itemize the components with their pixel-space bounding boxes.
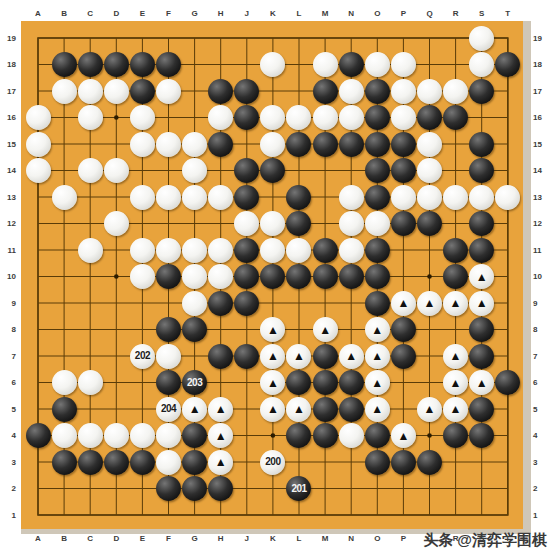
- triangle-mark-icon: ▲: [424, 297, 436, 309]
- stone-black-G2: [182, 476, 207, 501]
- stone-black-L10: [286, 264, 311, 289]
- stone-black-N6: [339, 370, 364, 395]
- stones-layer: ▲▲▲▲▲▲▲▲202▲▲▲▲▲203▲▲▲▲204▲▲▲▲▲▲▲▲▲▲2002…: [25, 25, 521, 529]
- stone-white-D4: [104, 423, 129, 448]
- coordinate-label: 13: [533, 193, 549, 202]
- stone-black-S4: [469, 423, 494, 448]
- stone-black-L6: [286, 370, 311, 395]
- stone-white-E15: [130, 132, 155, 157]
- coordinate-label: G: [182, 9, 208, 18]
- stone-white-triangle-marked-P4: ▲: [391, 423, 416, 448]
- stone-black-O4: [365, 423, 390, 448]
- stone-white-T13: [495, 185, 520, 210]
- move-number-label: 204: [161, 404, 176, 414]
- stone-white-P18: [391, 52, 416, 77]
- stone-white-Q14: [417, 158, 442, 183]
- stone-white-M18: [313, 52, 338, 77]
- coordinate-label: E: [129, 534, 155, 543]
- triangle-mark-icon: ▲: [371, 323, 383, 335]
- coordinate-label: 15: [533, 140, 549, 149]
- coordinate-label: 19: [0, 34, 16, 43]
- stone-black-H7: [208, 344, 233, 369]
- coordinate-label: 4: [533, 431, 549, 440]
- stone-white-C4: [78, 423, 103, 448]
- coordinate-label: M: [312, 534, 338, 543]
- stone-black-R11: [443, 238, 468, 263]
- coordinate-label: D: [103, 534, 129, 543]
- stone-white-triangle-marked-H5: ▲: [208, 397, 233, 422]
- move-number-label: 201: [291, 484, 306, 494]
- stone-white-S13: [469, 185, 494, 210]
- stone-black-A4: [26, 423, 51, 448]
- stone-white-G14: [182, 158, 207, 183]
- stone-white-C6: [78, 370, 103, 395]
- triangle-mark-icon: ▲: [267, 323, 279, 335]
- stone-black-F2: [156, 476, 181, 501]
- stone-black-N15: [339, 132, 364, 157]
- stone-black-D18: [104, 52, 129, 77]
- stone-white-F5: 204: [156, 397, 181, 422]
- stone-white-G9: [182, 291, 207, 316]
- stone-white-N4: [339, 423, 364, 448]
- triangle-mark-icon: ▲: [450, 376, 462, 388]
- stone-black-D3: [104, 450, 129, 475]
- stone-black-O10: [365, 264, 390, 289]
- coordinate-label: 10: [0, 272, 16, 281]
- coordinate-label: S: [469, 9, 495, 18]
- stone-white-triangle-marked-K7: ▲: [260, 344, 285, 369]
- coordinate-label: J: [234, 9, 260, 18]
- stone-black-F18: [156, 52, 181, 77]
- stone-white-triangle-marked-K5: ▲: [260, 397, 285, 422]
- triangle-mark-icon: ▲: [215, 429, 227, 441]
- stone-black-P7: [391, 344, 416, 369]
- triangle-mark-icon: ▲: [371, 376, 383, 388]
- stone-black-G8: [182, 317, 207, 342]
- stone-black-E18: [130, 52, 155, 77]
- stone-white-triangle-marked-Q9: ▲: [417, 291, 442, 316]
- coordinate-label: O: [364, 534, 390, 543]
- stone-black-K14: [260, 158, 285, 183]
- stone-white-B6: [52, 370, 77, 395]
- stone-white-G13: [182, 185, 207, 210]
- stone-white-E4: [130, 423, 155, 448]
- stone-white-triangle-marked-K8: ▲: [260, 317, 285, 342]
- stone-black-S11: [469, 238, 494, 263]
- coordinate-label: B: [51, 534, 77, 543]
- stone-white-K18: [260, 52, 285, 77]
- stone-white-N16: [339, 105, 364, 130]
- coordinate-label: 2: [0, 484, 16, 493]
- triangle-mark-icon: ▲: [345, 350, 357, 362]
- stone-white-N11: [339, 238, 364, 263]
- stone-black-F10: [156, 264, 181, 289]
- coordinate-label: C: [77, 9, 103, 18]
- coordinate-label: 16: [0, 113, 16, 122]
- stone-black-N5: [339, 397, 364, 422]
- coordinate-label: 12: [0, 219, 16, 228]
- stone-white-C11: [78, 238, 103, 263]
- coordinate-label: 3: [533, 458, 549, 467]
- stone-black-F8: [156, 317, 181, 342]
- stone-white-A16: [26, 105, 51, 130]
- stone-black-M17: [313, 79, 338, 104]
- stone-white-triangle-marked-O5: ▲: [365, 397, 390, 422]
- coordinate-label: 9: [0, 299, 16, 308]
- coordinate-label: L: [286, 9, 312, 18]
- coordinate-label: 18: [533, 60, 549, 69]
- stone-white-B13: [52, 185, 77, 210]
- coordinate-label: A: [25, 534, 51, 543]
- triangle-mark-icon: ▲: [215, 403, 227, 415]
- stone-white-H10: [208, 264, 233, 289]
- stone-black-K10: [260, 264, 285, 289]
- coordinate-label: K: [260, 9, 286, 18]
- triangle-mark-icon: ▲: [476, 270, 488, 282]
- stone-black-R16: [443, 105, 468, 130]
- stone-black-L13: [286, 185, 311, 210]
- coordinate-label: C: [77, 534, 103, 543]
- stone-black-L2: 201: [286, 476, 311, 501]
- stone-black-M11: [313, 238, 338, 263]
- triangle-mark-icon: ▲: [450, 403, 462, 415]
- coordinate-label: P: [390, 534, 416, 543]
- stone-white-E11: [130, 238, 155, 263]
- stone-white-P13: [391, 185, 416, 210]
- stone-black-G6: 203: [182, 370, 207, 395]
- stone-black-P8: [391, 317, 416, 342]
- stone-white-triangle-marked-H4: ▲: [208, 423, 233, 448]
- coordinate-label: 8: [533, 325, 549, 334]
- stone-black-J14: [234, 158, 259, 183]
- stone-white-O18: [365, 52, 390, 77]
- coordinate-label: F: [156, 9, 182, 18]
- stone-black-C18: [78, 52, 103, 77]
- stone-black-S17: [469, 79, 494, 104]
- stone-black-O15: [365, 132, 390, 157]
- coordinate-label: 17: [0, 87, 16, 96]
- stone-black-M15: [313, 132, 338, 157]
- stone-black-J13: [234, 185, 259, 210]
- coordinate-label: A: [25, 9, 51, 18]
- triangle-mark-icon: ▲: [397, 297, 409, 309]
- stone-white-K12: [260, 211, 285, 236]
- coordinate-label: 8: [0, 325, 16, 334]
- stone-white-F11: [156, 238, 181, 263]
- coordinate-label: 13: [0, 193, 16, 202]
- stone-black-F6: [156, 370, 181, 395]
- coordinate-label: R: [443, 9, 469, 18]
- triangle-mark-icon: ▲: [371, 403, 383, 415]
- stone-white-D12: [104, 211, 129, 236]
- stone-white-C14: [78, 158, 103, 183]
- stone-white-triangle-marked-O6: ▲: [365, 370, 390, 395]
- stone-white-triangle-marked-S9: ▲: [469, 291, 494, 316]
- stone-black-J9: [234, 291, 259, 316]
- triangle-mark-icon: ▲: [371, 350, 383, 362]
- coordinate-label: Q: [417, 9, 443, 18]
- stone-white-D17: [104, 79, 129, 104]
- stone-white-S19: [469, 26, 494, 51]
- stone-black-O3: [365, 450, 390, 475]
- triangle-mark-icon: ▲: [215, 456, 227, 468]
- stone-white-P17: [391, 79, 416, 104]
- stone-black-J17: [234, 79, 259, 104]
- stone-black-R4: [443, 423, 468, 448]
- stone-white-K15: [260, 132, 285, 157]
- stone-white-E10: [130, 264, 155, 289]
- stone-black-G4: [182, 423, 207, 448]
- stone-black-S7: [469, 344, 494, 369]
- stone-white-E16: [130, 105, 155, 130]
- stone-white-A15: [26, 132, 51, 157]
- coordinate-label: 10: [533, 272, 549, 281]
- stone-black-E3: [130, 450, 155, 475]
- stone-black-H9: [208, 291, 233, 316]
- coordinate-label: N: [338, 9, 364, 18]
- coordinate-label: 5: [0, 405, 16, 414]
- stone-black-M10: [313, 264, 338, 289]
- stone-black-O11: [365, 238, 390, 263]
- coordinate-label: 2: [533, 484, 549, 493]
- coordinate-label: 7: [533, 352, 549, 361]
- stone-black-T6: [495, 370, 520, 395]
- coordinate-label: 11: [0, 246, 16, 255]
- coordinate-label: 17: [533, 87, 549, 96]
- stone-black-O16: [365, 105, 390, 130]
- stone-white-triangle-marked-H3: ▲: [208, 450, 233, 475]
- stone-white-F17: [156, 79, 181, 104]
- stone-black-Q12: [417, 211, 442, 236]
- move-number-label: 202: [135, 351, 150, 361]
- stone-black-J11: [234, 238, 259, 263]
- coordinate-label: B: [51, 9, 77, 18]
- coordinate-label: 7: [0, 352, 16, 361]
- stone-white-triangle-marked-R7: ▲: [443, 344, 468, 369]
- stone-white-G11: [182, 238, 207, 263]
- stone-white-triangle-marked-R6: ▲: [443, 370, 468, 395]
- stone-white-J12: [234, 211, 259, 236]
- stone-white-triangle-marked-S6: ▲: [469, 370, 494, 395]
- coordinate-label: 12: [533, 219, 549, 228]
- stone-white-triangle-marked-G5: ▲: [182, 397, 207, 422]
- stone-white-K16: [260, 105, 285, 130]
- triangle-mark-icon: ▲: [293, 350, 305, 362]
- stone-white-P16: [391, 105, 416, 130]
- stone-white-K11: [260, 238, 285, 263]
- triangle-mark-icon: ▲: [267, 350, 279, 362]
- triangle-mark-icon: ▲: [267, 403, 279, 415]
- coordinate-label: K: [260, 534, 286, 543]
- coordinate-label: 16: [533, 113, 549, 122]
- stone-white-B17: [52, 79, 77, 104]
- stone-black-L12: [286, 211, 311, 236]
- move-number-label: 203: [187, 378, 202, 388]
- triangle-mark-icon: ▲: [189, 403, 201, 415]
- stone-black-P14: [391, 158, 416, 183]
- triangle-mark-icon: ▲: [476, 376, 488, 388]
- stone-white-triangle-marked-O7: ▲: [365, 344, 390, 369]
- stone-black-M7: [313, 344, 338, 369]
- coordinate-label: F: [156, 534, 182, 543]
- coordinate-label: 5: [533, 405, 549, 414]
- stone-black-P12: [391, 211, 416, 236]
- stone-white-E7: 202: [130, 344, 155, 369]
- stone-white-triangle-marked-R9: ▲: [443, 291, 468, 316]
- stone-black-P15: [391, 132, 416, 157]
- watermark: 头条 @清弈学围棋: [423, 531, 547, 550]
- triangle-mark-icon: ▲: [450, 350, 462, 362]
- stone-black-O14: [365, 158, 390, 183]
- stone-black-R10: [443, 264, 468, 289]
- coordinate-label: 14: [0, 166, 16, 175]
- stone-white-triangle-marked-N7: ▲: [339, 344, 364, 369]
- stone-black-H17: [208, 79, 233, 104]
- screenshot: { "game": "Go (Weiqi), 19x19 board, game…: [0, 0, 550, 550]
- coordinate-label: 3: [0, 458, 16, 467]
- stone-black-O13: [365, 185, 390, 210]
- stone-white-Q15: [417, 132, 442, 157]
- coordinate-label: N: [338, 534, 364, 543]
- stone-white-Q17: [417, 79, 442, 104]
- stone-black-H15: [208, 132, 233, 157]
- stone-white-M16: [313, 105, 338, 130]
- stone-white-triangle-marked-M8: ▲: [313, 317, 338, 342]
- coordinate-label: 4: [0, 431, 16, 440]
- stone-white-triangle-marked-K6: ▲: [260, 370, 285, 395]
- stone-white-H13: [208, 185, 233, 210]
- triangle-mark-icon: ▲: [450, 297, 462, 309]
- stone-white-F3: [156, 450, 181, 475]
- stone-white-H11: [208, 238, 233, 263]
- coordinate-label: E: [129, 9, 155, 18]
- stone-black-S15: [469, 132, 494, 157]
- coordinate-label: 11: [533, 246, 549, 255]
- coordinate-label: O: [364, 9, 390, 18]
- stone-black-M6: [313, 370, 338, 395]
- stone-black-J16: [234, 105, 259, 130]
- coordinate-label: H: [208, 534, 234, 543]
- stone-black-Q16: [417, 105, 442, 130]
- coordinate-label: 1: [533, 511, 549, 520]
- coordinate-label: 18: [0, 60, 16, 69]
- stone-white-N12: [339, 211, 364, 236]
- stone-white-triangle-marked-Q5: ▲: [417, 397, 442, 422]
- stone-white-F13: [156, 185, 181, 210]
- triangle-mark-icon: ▲: [424, 403, 436, 415]
- stone-white-F4: [156, 423, 181, 448]
- coordinate-label: T: [495, 9, 521, 18]
- stone-white-O12: [365, 211, 390, 236]
- coordinate-label: D: [103, 9, 129, 18]
- coordinate-label: 6: [533, 378, 549, 387]
- stone-black-Q3: [417, 450, 442, 475]
- stone-black-H2: [208, 476, 233, 501]
- stone-black-O9: [365, 291, 390, 316]
- stone-white-H16: [208, 105, 233, 130]
- stone-white-F7: [156, 344, 181, 369]
- stone-white-F15: [156, 132, 181, 157]
- coordinate-label: 1: [0, 511, 16, 520]
- stone-black-J7: [234, 344, 259, 369]
- coordinate-label: 19: [533, 34, 549, 43]
- stone-black-M5: [313, 397, 338, 422]
- stone-black-P3: [391, 450, 416, 475]
- stone-black-S14: [469, 158, 494, 183]
- triangle-mark-icon: ▲: [319, 323, 331, 335]
- stone-white-A14: [26, 158, 51, 183]
- stone-black-C3: [78, 450, 103, 475]
- stone-white-N13: [339, 185, 364, 210]
- stone-black-S5: [469, 397, 494, 422]
- stone-white-L16: [286, 105, 311, 130]
- stone-white-triangle-marked-O8: ▲: [365, 317, 390, 342]
- stone-white-C17: [78, 79, 103, 104]
- triangle-mark-icon: ▲: [267, 376, 279, 388]
- coordinate-label: H: [208, 9, 234, 18]
- coordinate-label: 15: [0, 140, 16, 149]
- coordinate-label: M: [312, 9, 338, 18]
- stone-black-L15: [286, 132, 311, 157]
- triangle-mark-icon: ▲: [293, 403, 305, 415]
- stone-black-B18: [52, 52, 77, 77]
- stone-white-L11: [286, 238, 311, 263]
- stone-white-C16: [78, 105, 103, 130]
- stone-white-triangle-marked-L7: ▲: [286, 344, 311, 369]
- coordinate-label: 9: [533, 299, 549, 308]
- stone-white-E13: [130, 185, 155, 210]
- stone-black-N18: [339, 52, 364, 77]
- stone-white-R13: [443, 185, 468, 210]
- coordinate-label: 14: [533, 166, 549, 175]
- move-number-label: 200: [265, 457, 280, 467]
- stone-black-N10: [339, 264, 364, 289]
- stone-black-L4: [286, 423, 311, 448]
- coordinate-label: P: [390, 9, 416, 18]
- stone-black-S8: [469, 317, 494, 342]
- stone-black-B5: [52, 397, 77, 422]
- stone-white-B4: [52, 423, 77, 448]
- triangle-mark-icon: ▲: [476, 297, 488, 309]
- stone-white-S18: [469, 52, 494, 77]
- stone-white-triangle-marked-S10: ▲: [469, 264, 494, 289]
- coordinate-label: J: [234, 534, 260, 543]
- stone-black-T18: [495, 52, 520, 77]
- stone-white-N17: [339, 79, 364, 104]
- stone-white-R17: [443, 79, 468, 104]
- coordinate-label: L: [286, 534, 312, 543]
- stone-white-K3: 200: [260, 450, 285, 475]
- triangle-mark-icon: ▲: [397, 429, 409, 441]
- stone-white-triangle-marked-R5: ▲: [443, 397, 468, 422]
- stone-white-triangle-marked-P9: ▲: [391, 291, 416, 316]
- coordinate-label: 6: [0, 378, 16, 387]
- stone-white-D14: [104, 158, 129, 183]
- stone-black-O17: [365, 79, 390, 104]
- coordinate-label: G: [182, 534, 208, 543]
- stone-black-J10: [234, 264, 259, 289]
- stone-black-B3: [52, 450, 77, 475]
- stone-white-triangle-marked-L5: ▲: [286, 397, 311, 422]
- stone-black-S12: [469, 211, 494, 236]
- stone-white-G15: [182, 132, 207, 157]
- stone-white-Q13: [417, 185, 442, 210]
- stone-black-M4: [313, 423, 338, 448]
- stone-black-G3: [182, 450, 207, 475]
- stone-black-E17: [130, 79, 155, 104]
- stone-white-G10: [182, 264, 207, 289]
